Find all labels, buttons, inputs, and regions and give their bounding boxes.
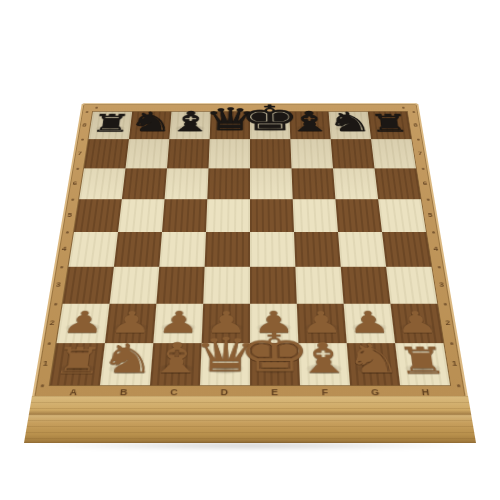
square-f1[interactable] xyxy=(298,343,350,385)
square-c1[interactable] xyxy=(150,343,202,385)
frame-pin-dot xyxy=(76,167,79,169)
square-g3[interactable] xyxy=(341,267,391,304)
frame-pin-dot xyxy=(402,107,405,109)
square-a1[interactable] xyxy=(50,343,105,385)
square-c4[interactable] xyxy=(159,232,206,267)
square-h1[interactable] xyxy=(395,343,450,385)
square-f3[interactable] xyxy=(295,267,343,304)
square-g4[interactable] xyxy=(338,232,386,267)
square-h4[interactable] xyxy=(382,232,431,267)
chess-board-grid xyxy=(50,112,450,386)
black-rook-h8[interactable]: ♜ xyxy=(368,111,411,135)
square-g6[interactable] xyxy=(333,168,378,199)
square-e7[interactable] xyxy=(250,139,292,168)
square-f7[interactable] xyxy=(290,139,333,168)
square-c6[interactable] xyxy=(165,168,209,199)
board-box-front-face xyxy=(24,396,476,443)
square-f6[interactable] xyxy=(292,168,336,199)
square-a6[interactable] xyxy=(79,168,125,199)
frame-pin-dot xyxy=(71,198,74,200)
frame-pin-dot xyxy=(437,266,440,268)
square-g5[interactable] xyxy=(335,199,382,232)
square-g2[interactable] xyxy=(344,304,395,343)
square-b5[interactable] xyxy=(118,199,165,232)
square-g7[interactable] xyxy=(331,139,375,168)
black-king-e8[interactable]: ♚ xyxy=(250,100,290,135)
square-h3[interactable] xyxy=(386,267,437,304)
square-h2[interactable] xyxy=(390,304,443,343)
chess-board-frame: ABCDEFGH8877665544332211 ♜♞♝♛♚♝♞♜♟♟♟♟♟♟♟… xyxy=(32,103,469,399)
square-a2[interactable] xyxy=(57,304,110,343)
square-c5[interactable] xyxy=(162,199,207,232)
square-d2[interactable] xyxy=(202,304,250,343)
square-g1[interactable] xyxy=(347,343,400,385)
frame-pin-dot xyxy=(60,266,63,268)
frame-pin-dot xyxy=(412,111,415,113)
frame-pin-dot xyxy=(81,138,84,140)
black-rook-a8[interactable]: ♜ xyxy=(89,111,132,135)
square-e5[interactable] xyxy=(250,199,294,232)
frame-pin-dot xyxy=(431,231,434,233)
square-h7[interactable] xyxy=(371,139,416,168)
square-b4[interactable] xyxy=(114,232,162,267)
frame-pin-dot xyxy=(416,138,419,140)
square-e3[interactable] xyxy=(250,267,297,304)
frame-pin-dot xyxy=(426,198,429,200)
square-f2[interactable] xyxy=(297,304,347,343)
square-a5[interactable] xyxy=(74,199,122,232)
square-a7[interactable] xyxy=(84,139,129,168)
square-h5[interactable] xyxy=(378,199,426,232)
frame-pin-dot xyxy=(443,302,447,305)
square-f5[interactable] xyxy=(293,199,338,232)
frame-pin-dot xyxy=(449,342,453,345)
black-knight-g8[interactable]: ♞ xyxy=(328,109,370,136)
square-a3[interactable] xyxy=(63,267,114,304)
square-e6[interactable] xyxy=(250,168,293,199)
chess-photo-scene: ABCDEFGH8877665544332211 ♜♞♝♛♚♝♞♜♟♟♟♟♟♟♟… xyxy=(0,0,500,500)
frame-pin-dot xyxy=(53,302,57,305)
square-d3[interactable] xyxy=(203,267,250,304)
frame-pin-dot xyxy=(65,231,68,233)
frame-pin-dot xyxy=(421,167,424,169)
square-b1[interactable] xyxy=(100,343,153,385)
frame-pin-dot xyxy=(456,384,460,387)
square-d5[interactable] xyxy=(206,199,250,232)
square-b2[interactable] xyxy=(105,304,156,343)
square-b6[interactable] xyxy=(122,168,167,199)
square-e1[interactable] xyxy=(250,343,300,385)
frame-pin-dot xyxy=(47,342,51,345)
square-d1[interactable] xyxy=(200,343,250,385)
square-b3[interactable] xyxy=(110,267,160,304)
square-b7[interactable] xyxy=(125,139,169,168)
square-d6[interactable] xyxy=(207,168,250,199)
square-f4[interactable] xyxy=(294,232,341,267)
board-drop-shadow xyxy=(28,441,472,450)
square-d4[interactable] xyxy=(205,232,250,267)
square-h6[interactable] xyxy=(375,168,421,199)
square-e4[interactable] xyxy=(250,232,295,267)
square-c7[interactable] xyxy=(167,139,210,168)
square-a4[interactable] xyxy=(69,232,118,267)
square-c2[interactable] xyxy=(153,304,203,343)
frame-pin-dot xyxy=(85,111,88,113)
square-e2[interactable] xyxy=(250,304,298,343)
frame-pin-dot xyxy=(95,107,98,109)
square-c3[interactable] xyxy=(156,267,204,304)
square-d7[interactable] xyxy=(208,139,250,168)
frame-pin-dot xyxy=(40,384,44,387)
